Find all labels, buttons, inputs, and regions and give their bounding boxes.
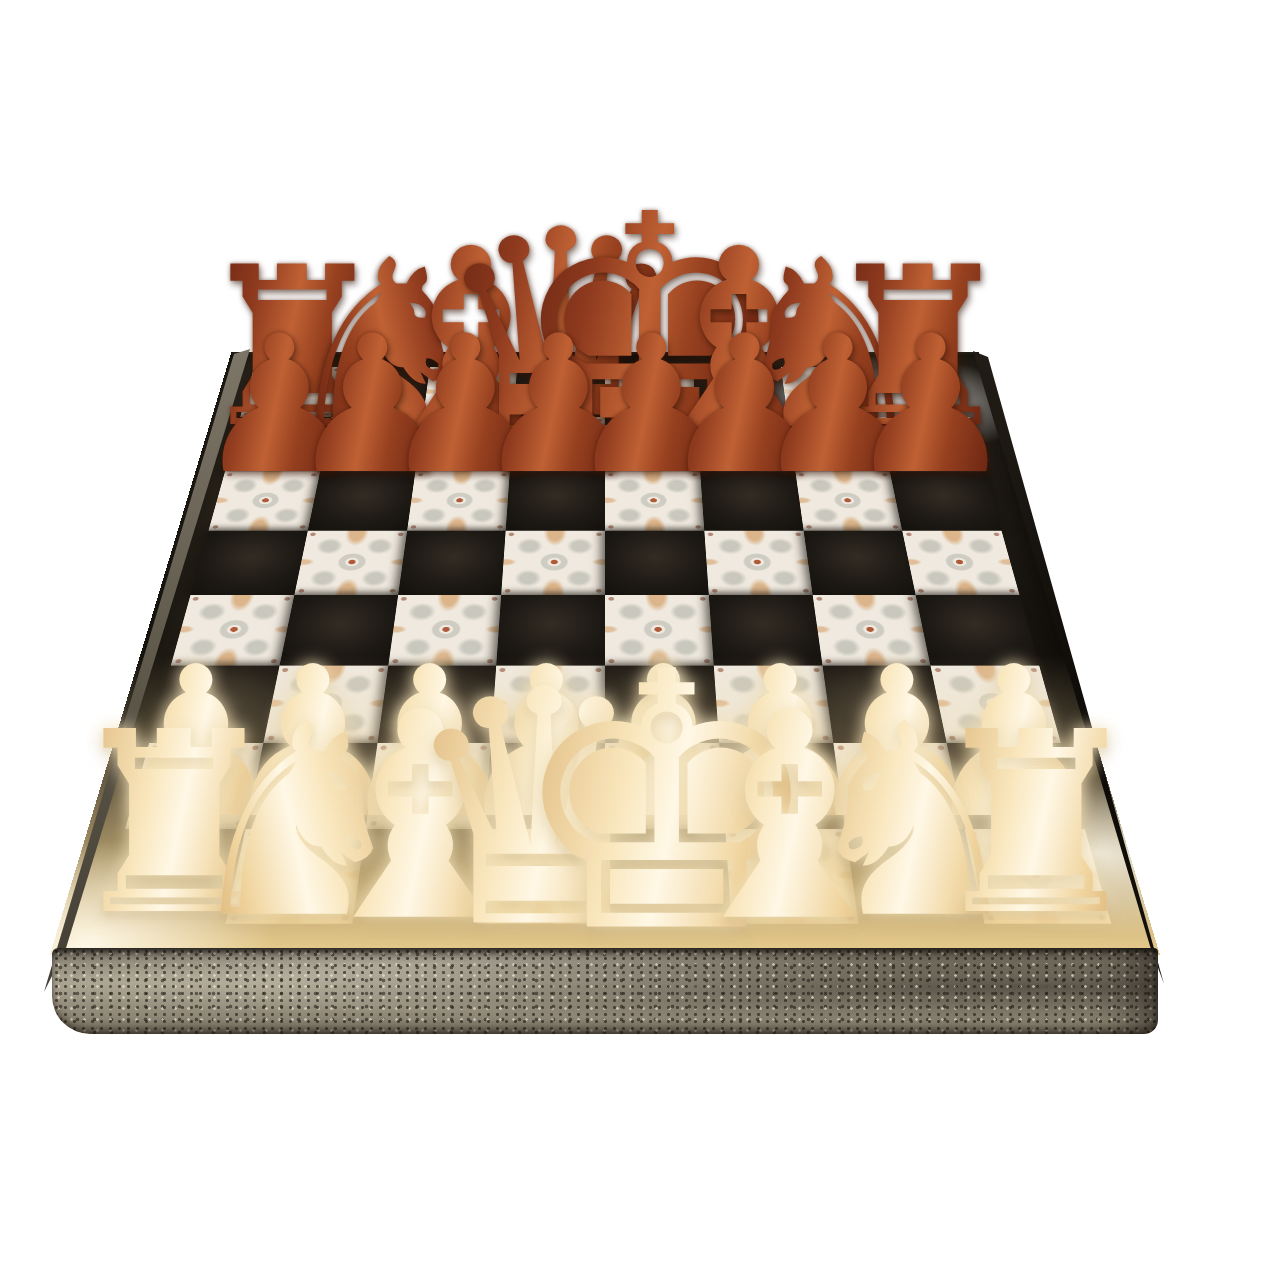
square-a5[interactable] [191, 530, 308, 594]
square-h5[interactable] [902, 530, 1019, 594]
square-b5[interactable] [294, 530, 407, 594]
pieces-layer: ♜♞♝♛♚♝♞♜♟♟♟♟♟♟♟♟♟♟♟♟♟♟♟♟♜♞♝♛♚♝♞♜ [0, 0, 1280, 1280]
square-f5[interactable] [704, 530, 812, 594]
photo-scene: ♜♞♝♛♚♝♞♜♟♟♟♟♟♟♟♟♟♟♟♟♟♟♟♟♜♞♝♛♚♝♞♜ [0, 0, 1280, 1280]
square-d5[interactable] [501, 530, 605, 594]
square-c5[interactable] [398, 530, 506, 594]
square-e5[interactable] [605, 530, 709, 594]
square-g5[interactable] [803, 530, 916, 594]
white-rook[interactable]: ♜ [923, 699, 1148, 950]
black-pawn[interactable]: ♟ [846, 311, 1016, 501]
